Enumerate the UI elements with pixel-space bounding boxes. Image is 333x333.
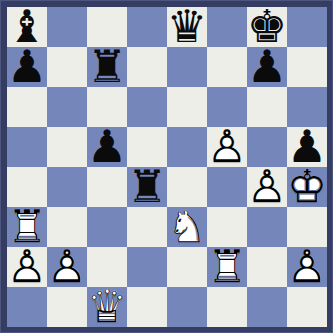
square-d4[interactable]: ♜ xyxy=(127,167,167,207)
square-d8[interactable] xyxy=(127,7,167,47)
square-d1[interactable] xyxy=(127,287,167,327)
square-g6[interactable] xyxy=(247,87,287,127)
square-d6[interactable] xyxy=(127,87,167,127)
white-pawn-piece[interactable]: ♟♙ xyxy=(287,247,327,287)
white-queen-piece[interactable]: ♛♕ xyxy=(87,287,127,327)
white-piece-outline-layer: ♘ xyxy=(167,207,207,247)
square-f8[interactable] xyxy=(207,7,247,47)
square-b8[interactable] xyxy=(47,7,87,47)
square-h8[interactable] xyxy=(287,7,327,47)
square-a2[interactable]: ♟♙ xyxy=(7,247,47,287)
square-e8[interactable]: ♛ xyxy=(167,7,207,47)
square-c1[interactable]: ♛♕ xyxy=(87,287,127,327)
square-d2[interactable] xyxy=(127,247,167,287)
square-b6[interactable] xyxy=(47,87,87,127)
square-h4[interactable]: ♚♔ xyxy=(287,167,327,207)
square-g1[interactable] xyxy=(247,287,287,327)
square-a5[interactable] xyxy=(7,127,47,167)
square-e2[interactable] xyxy=(167,247,207,287)
square-a6[interactable] xyxy=(7,87,47,127)
white-knight-piece[interactable]: ♞♘ xyxy=(167,207,207,247)
square-c3[interactable] xyxy=(87,207,127,247)
square-b5[interactable] xyxy=(47,127,87,167)
square-h2[interactable]: ♟♙ xyxy=(287,247,327,287)
white-piece-outline-layer: ♙ xyxy=(247,167,287,207)
square-g4[interactable]: ♟♙ xyxy=(247,167,287,207)
square-e5[interactable] xyxy=(167,127,207,167)
black-pawn-piece[interactable]: ♟ xyxy=(87,127,127,167)
square-e7[interactable] xyxy=(167,47,207,87)
white-pawn-piece[interactable]: ♟♙ xyxy=(247,167,287,207)
chess-board: ♝♛♚♟♜♟♟♟♙♟♜♟♙♚♔♜♖♞♘♟♙♟♙♜♖♟♙♛♕ xyxy=(7,7,327,327)
white-piece-outline-layer: ♙ xyxy=(207,127,247,167)
square-c7[interactable]: ♜ xyxy=(87,47,127,87)
square-h7[interactable] xyxy=(287,47,327,87)
square-a7[interactable]: ♟ xyxy=(7,47,47,87)
chess-board-frame: ♝♛♚♟♜♟♟♟♙♟♜♟♙♚♔♜♖♞♘♟♙♟♙♜♖♟♙♛♕ xyxy=(0,0,333,333)
square-e3[interactable]: ♞♘ xyxy=(167,207,207,247)
white-pawn-piece[interactable]: ♟♙ xyxy=(47,247,87,287)
square-g3[interactable] xyxy=(247,207,287,247)
white-pawn-piece[interactable]: ♟♙ xyxy=(207,127,247,167)
square-f2[interactable]: ♜♖ xyxy=(207,247,247,287)
white-piece-outline-layer: ♙ xyxy=(287,247,327,287)
square-c5[interactable]: ♟ xyxy=(87,127,127,167)
black-rook-piece[interactable]: ♜ xyxy=(87,47,127,87)
square-b2[interactable]: ♟♙ xyxy=(47,247,87,287)
square-c4[interactable] xyxy=(87,167,127,207)
square-h1[interactable] xyxy=(287,287,327,327)
square-e1[interactable] xyxy=(167,287,207,327)
white-king-piece[interactable]: ♚♔ xyxy=(287,167,327,207)
white-piece-outline-layer: ♙ xyxy=(7,247,47,287)
white-pawn-piece[interactable]: ♟♙ xyxy=(7,247,47,287)
white-piece-outline-layer: ♖ xyxy=(207,247,247,287)
square-b7[interactable] xyxy=(47,47,87,87)
square-f4[interactable] xyxy=(207,167,247,207)
square-e6[interactable] xyxy=(167,87,207,127)
white-piece-outline-layer: ♕ xyxy=(87,287,127,327)
black-queen-piece[interactable]: ♛ xyxy=(167,7,207,47)
square-d3[interactable] xyxy=(127,207,167,247)
white-piece-outline-layer: ♙ xyxy=(47,247,87,287)
square-f1[interactable] xyxy=(207,287,247,327)
square-f5[interactable]: ♟♙ xyxy=(207,127,247,167)
square-g7[interactable]: ♟ xyxy=(247,47,287,87)
white-rook-piece[interactable]: ♜♖ xyxy=(207,247,247,287)
square-b4[interactable] xyxy=(47,167,87,207)
square-d7[interactable] xyxy=(127,47,167,87)
black-rook-piece[interactable]: ♜ xyxy=(127,167,167,207)
square-f7[interactable] xyxy=(207,47,247,87)
square-g2[interactable] xyxy=(247,247,287,287)
white-piece-outline-layer: ♔ xyxy=(287,167,327,207)
black-pawn-piece[interactable]: ♟ xyxy=(7,47,47,87)
square-b1[interactable] xyxy=(47,287,87,327)
square-a1[interactable] xyxy=(7,287,47,327)
black-pawn-piece[interactable]: ♟ xyxy=(247,47,287,87)
